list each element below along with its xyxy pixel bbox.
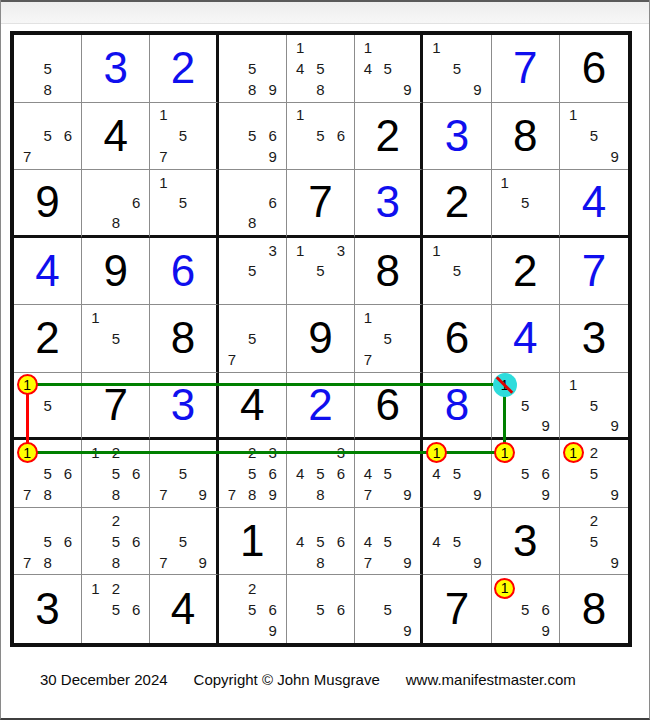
candidate-6: 6	[58, 125, 78, 146]
candidate-2	[378, 510, 398, 531]
sudoku-cell-r3c2[interactable]: 68	[82, 170, 150, 238]
candidate-1: 1	[290, 37, 310, 58]
candidate-8: 8	[37, 552, 57, 573]
sudoku-cell-r6c1[interactable]: 15	[14, 373, 82, 441]
solved-digit: 3	[355, 170, 420, 235]
candidate-7	[85, 484, 105, 505]
candidate-8	[173, 552, 193, 573]
given-digit: 2	[492, 238, 559, 305]
candidate-2	[242, 37, 262, 58]
candidate-5: 5	[584, 125, 605, 146]
given-digit: 4	[82, 103, 149, 170]
sudoku-cell-r1c9[interactable]: 6	[560, 35, 628, 103]
candidate-5: 5	[378, 328, 398, 349]
sudoku-cell-r1c1[interactable]: 58	[14, 35, 82, 103]
candidate-1	[222, 307, 242, 328]
candidate-3	[193, 442, 213, 463]
sudoku-cell-r9c3[interactable]: 4	[150, 575, 218, 643]
candidate-2	[173, 510, 193, 531]
candidate-9: 9	[535, 620, 555, 641]
sudoku-cell-r7c1[interactable]: 15678	[14, 440, 82, 508]
pencil-marks: 15678	[14, 440, 81, 507]
sudoku-cell-r2c9[interactable]: 159	[560, 103, 628, 171]
candidate-4	[222, 58, 242, 79]
pencil-marks: 59	[355, 575, 420, 643]
sudoku-cell-r1c6[interactable]: 1459	[355, 35, 423, 103]
candidate-4: 4	[358, 58, 378, 79]
given-digit: 9	[82, 238, 149, 305]
candidate-1	[290, 442, 310, 463]
candidate-8	[310, 620, 330, 641]
candidate-9	[467, 281, 487, 302]
candidate-3	[126, 172, 146, 192]
candidate-7	[222, 620, 242, 641]
candidate-1	[222, 240, 242, 261]
candidate-4	[85, 599, 105, 620]
sudoku-cell-r5c8[interactable]: 4	[492, 305, 560, 373]
candidate-2	[447, 510, 467, 531]
candidate-7	[426, 552, 446, 573]
candidate-2	[37, 105, 57, 126]
sudoku-cell-r3c8[interactable]: 15	[492, 170, 560, 238]
sudoku-cell-r3c3[interactable]: 15	[150, 170, 218, 238]
candidate-1: 1	[290, 105, 310, 126]
sudoku-cell-r9c9[interactable]: 8	[560, 575, 628, 643]
candidate-4: 4	[358, 531, 378, 552]
sudoku-cell-r6c2[interactable]: 7	[82, 373, 150, 441]
candidate-2	[242, 307, 262, 328]
candidate-6	[193, 192, 213, 212]
given-digit: 7	[82, 373, 149, 438]
candidate-1: 1	[495, 172, 515, 192]
footer-date: 30 December 2024	[40, 671, 168, 688]
candidate-5: 5	[37, 125, 57, 146]
candidate-2	[310, 577, 330, 598]
sudoku-cell-r9c2[interactable]: 1256	[82, 575, 150, 643]
sudoku-cell-r5c6[interactable]: 157	[355, 305, 423, 373]
candidate-6	[604, 531, 625, 552]
candidate-8	[106, 349, 126, 370]
candidate-4: 4	[426, 463, 446, 484]
candidate-5: 5	[515, 192, 535, 212]
sudoku-cell-r7c8[interactable]: 1569	[492, 440, 560, 508]
candidate-2: 2	[242, 577, 262, 598]
sudoku-cell-r7c7[interactable]: 1459	[423, 440, 491, 508]
given-digit: 8	[355, 238, 420, 305]
pencil-marks: 4579	[355, 508, 420, 575]
sudoku-cell-r3c4[interactable]: 68	[219, 170, 287, 238]
candidate-2	[515, 375, 535, 395]
candidate-1	[222, 37, 242, 58]
candidate-3	[126, 442, 146, 463]
sudoku-cell-r8c9[interactable]: 259	[560, 508, 628, 576]
candidate-8	[37, 146, 57, 167]
candidate-8	[173, 146, 193, 167]
sudoku-cell-r5c4[interactable]: 57	[219, 305, 287, 373]
sudoku-cell-r3c7[interactable]: 2	[423, 170, 491, 238]
candidate-6: 6	[58, 463, 78, 484]
candidate-7	[222, 281, 242, 302]
sudoku-cell-r7c6[interactable]: 4579	[355, 440, 423, 508]
sudoku-cell-r4c9[interactable]: 7	[560, 238, 628, 306]
sudoku-cell-r8c4[interactable]: 1	[219, 508, 287, 576]
pencil-marks: 15	[492, 170, 559, 235]
pencil-marks: 1458	[287, 35, 354, 102]
sudoku-cell-r4c7[interactable]: 15	[423, 238, 491, 306]
sudoku-cell-r8c3[interactable]: 579	[150, 508, 218, 576]
candidate-8	[37, 415, 57, 435]
sudoku-cell-r6c6[interactable]: 6	[355, 373, 423, 441]
sudoku-cell-r5c3[interactable]: 8	[150, 305, 218, 373]
candidate-1	[290, 577, 310, 598]
candidate-3	[398, 510, 418, 531]
candidate-4: 4	[290, 463, 310, 484]
pencil-marks: 2568	[82, 508, 149, 575]
solved-digit: 8	[423, 373, 490, 438]
candidate-3	[58, 510, 78, 531]
candidate-9	[331, 552, 351, 573]
candidate-2	[173, 105, 193, 126]
candidate-4	[426, 58, 446, 79]
candidate-6	[193, 125, 213, 146]
candidate-8	[447, 484, 467, 505]
candidate-2	[447, 240, 467, 261]
candidate-3	[262, 172, 282, 192]
candidate-6: 6	[58, 531, 78, 552]
candidate-7	[222, 79, 242, 100]
candidate-3	[467, 240, 487, 261]
solved-digit: 6	[150, 238, 215, 305]
candidate-4	[17, 463, 37, 484]
candidate-6	[467, 58, 487, 79]
candidate-6	[467, 261, 487, 282]
candidate-5: 5	[515, 395, 535, 415]
candidate-7	[17, 79, 37, 100]
sudoku-cell-r2c7[interactable]: 3	[423, 103, 491, 171]
candidate-2	[242, 105, 262, 126]
sudoku-cell-r2c5[interactable]: 156	[287, 103, 355, 171]
sudoku-cell-r2c1[interactable]: 567	[14, 103, 82, 171]
given-digit: 4	[219, 373, 286, 438]
candidate-4	[222, 328, 242, 349]
pencil-marks: 12568	[82, 440, 149, 507]
sudoku-cell-r6c4[interactable]: 4	[219, 373, 287, 441]
sudoku-cell-r6c8[interactable]: 159	[492, 373, 560, 441]
candidate-9	[58, 146, 78, 167]
candidate-2	[242, 240, 262, 261]
sudoku-cell-r3c6[interactable]: 3	[355, 170, 423, 238]
candidate-6	[193, 531, 213, 552]
solved-digit: 3	[82, 35, 149, 102]
candidate-4: 4	[290, 58, 310, 79]
sudoku-cell-r7c9[interactable]: 1259	[560, 440, 628, 508]
candidate-8	[584, 415, 605, 435]
candidate-4	[153, 125, 173, 146]
candidate-5: 5	[310, 599, 330, 620]
sudoku-cell-r1c4[interactable]: 589	[219, 35, 287, 103]
candidate-5: 5	[242, 58, 262, 79]
candidate-6	[604, 125, 625, 146]
sudoku-cell-r4c4[interactable]: 35	[219, 238, 287, 306]
sudoku-cell-r5c2[interactable]: 15	[82, 305, 150, 373]
sudoku-cell-r9c8[interactable]: 1569	[492, 575, 560, 643]
solved-digit: 4	[560, 170, 628, 235]
sudoku-cell-r7c2[interactable]: 12568	[82, 440, 150, 508]
pencil-marks: 2569	[219, 575, 286, 643]
candidate-1: 1	[17, 442, 37, 463]
candidate-9	[126, 349, 146, 370]
candidate-5: 5	[37, 531, 57, 552]
candidate-8	[173, 212, 193, 232]
candidate-8: 8	[106, 484, 126, 505]
sudoku-cell-r2c4[interactable]: 569	[219, 103, 287, 171]
candidate-8	[378, 349, 398, 370]
pencil-marks: 159	[560, 373, 628, 438]
candidate-6	[262, 261, 282, 282]
candidate-4	[85, 328, 105, 349]
candidate-2	[106, 307, 126, 328]
candidate-8: 8	[242, 484, 262, 505]
sudoku-cell-r8c1[interactable]: 5678	[14, 508, 82, 576]
sudoku-cell-r3c1[interactable]: 9	[14, 170, 82, 238]
candidate-4	[85, 192, 105, 212]
candidate-7	[495, 620, 515, 641]
candidate-4	[153, 192, 173, 212]
candidate-5: 5	[310, 58, 330, 79]
candidate-9: 9	[262, 484, 282, 505]
candidate-6: 6	[535, 599, 555, 620]
candidate-6	[331, 58, 351, 79]
sudoku-cell-r9c1[interactable]: 3	[14, 575, 82, 643]
candidate-7: 7	[17, 146, 37, 167]
candidate-3: 3	[331, 442, 351, 463]
candidate-5: 5	[173, 125, 193, 146]
pencil-marks: 579	[150, 508, 215, 575]
sudoku-cell-r2c8[interactable]: 8	[492, 103, 560, 171]
candidate-8: 8	[310, 552, 330, 573]
sudoku-cell-r8c2[interactable]: 2568	[82, 508, 150, 576]
candidate-6	[126, 328, 146, 349]
candidate-2	[515, 577, 535, 598]
sudoku-cell-r8c5[interactable]: 4568	[287, 508, 355, 576]
pencil-marks: 157	[355, 305, 420, 372]
sudoku-cell-r4c8[interactable]: 2	[492, 238, 560, 306]
candidate-1: 1	[495, 375, 515, 395]
candidate-9	[58, 552, 78, 573]
candidate-7	[222, 146, 242, 167]
candidate-5: 5	[106, 531, 126, 552]
candidate-2	[310, 442, 330, 463]
pencil-marks: 1459	[355, 35, 420, 102]
candidate-3	[398, 442, 418, 463]
candidate-8: 8	[37, 79, 57, 100]
candidate-3	[331, 37, 351, 58]
candidate-9	[331, 79, 351, 100]
sudoku-cell-r6c9[interactable]: 159	[560, 373, 628, 441]
candidate-3	[604, 510, 625, 531]
candidate-9: 9	[467, 552, 487, 573]
candidate-7	[426, 281, 446, 302]
pencil-marks: 68	[82, 170, 149, 235]
candidate-6	[604, 463, 625, 484]
candidate-4: 4	[290, 531, 310, 552]
candidate-5	[106, 192, 126, 212]
candidate-3	[331, 105, 351, 126]
pencil-marks: 159	[423, 35, 490, 102]
footer-website: www.manifestmaster.com	[406, 671, 576, 688]
candidate-9: 9	[262, 620, 282, 641]
sudoku-cell-r6c3[interactable]: 3	[150, 373, 218, 441]
sudoku-cell-r7c4[interactable]: 2356789	[219, 440, 287, 508]
candidate-8: 8	[310, 79, 330, 100]
sudoku-cell-r5c1[interactable]: 2	[14, 305, 82, 373]
candidate-4	[85, 463, 105, 484]
candidate-5: 5	[37, 58, 57, 79]
sudoku-cell-r8c8[interactable]: 3	[492, 508, 560, 576]
candidate-8: 8	[106, 552, 126, 573]
candidate-1	[358, 577, 378, 598]
sudoku-cell-r2c2[interactable]: 4	[82, 103, 150, 171]
sudoku-cell-r8c7[interactable]: 459	[423, 508, 491, 576]
candidate-8	[584, 484, 605, 505]
candidate-3	[467, 510, 487, 531]
sudoku-cell-r9c4[interactable]: 2569	[219, 575, 287, 643]
candidate-1: 1	[426, 37, 446, 58]
candidate-7: 7	[358, 484, 378, 505]
candidate-5: 5	[515, 599, 535, 620]
candidate-1	[358, 442, 378, 463]
sudoku-cell-r3c9[interactable]: 4	[560, 170, 628, 238]
candidate-5: 5	[242, 463, 262, 484]
sudoku-cell-r1c7[interactable]: 159	[423, 35, 491, 103]
sudoku-cell-r2c3[interactable]: 157	[150, 103, 218, 171]
solved-digit: 4	[492, 305, 559, 372]
candidate-9: 9	[262, 146, 282, 167]
given-digit: 8	[560, 575, 628, 643]
sudoku-cell-r4c6[interactable]: 8	[355, 238, 423, 306]
candidate-2	[106, 172, 126, 192]
candidate-2	[584, 375, 605, 395]
candidate-6	[398, 531, 418, 552]
sudoku-cell-r4c1[interactable]: 4	[14, 238, 82, 306]
pencil-marks: 4579	[355, 440, 420, 507]
candidate-3	[604, 105, 625, 126]
candidate-9	[126, 484, 146, 505]
candidate-8	[447, 79, 467, 100]
candidate-1	[358, 510, 378, 531]
sudoku-cell-r1c5[interactable]: 1458	[287, 35, 355, 103]
pencil-marks: 5678	[14, 508, 81, 575]
candidate-9	[398, 349, 418, 370]
sudoku-cell-r6c7[interactable]: 8	[423, 373, 491, 441]
sudoku-cell-r5c5[interactable]: 9	[287, 305, 355, 373]
candidate-1: 1	[426, 442, 446, 463]
sudoku-cell-r9c6[interactable]: 59	[355, 575, 423, 643]
sudoku-cell-r8c6[interactable]: 4579	[355, 508, 423, 576]
candidate-6	[398, 463, 418, 484]
candidate-9	[535, 212, 555, 232]
candidate-6: 6	[262, 599, 282, 620]
given-digit: 6	[355, 373, 420, 438]
pencil-marks: 15	[423, 238, 490, 305]
sudoku-cell-r9c5[interactable]: 56	[287, 575, 355, 643]
candidate-1	[426, 510, 446, 531]
candidate-4	[426, 261, 446, 282]
candidate-9	[262, 349, 282, 370]
candidate-8: 8	[242, 79, 262, 100]
candidate-3	[535, 577, 555, 598]
candidate-7	[290, 146, 310, 167]
candidate-9: 9	[535, 415, 555, 435]
candidate-6	[331, 261, 351, 282]
candidate-9	[262, 212, 282, 232]
sudoku-cell-r4c5[interactable]: 135	[287, 238, 355, 306]
sudoku-cell-r5c7[interactable]: 6	[423, 305, 491, 373]
candidate-2	[378, 37, 398, 58]
sudoku-cell-r4c3[interactable]: 6	[150, 238, 218, 306]
pencil-marks: 1569	[492, 440, 559, 507]
pencil-marks: 2356789	[219, 440, 286, 507]
sudoku-cell-r7c3[interactable]: 579	[150, 440, 218, 508]
candidate-7	[290, 484, 310, 505]
candidate-3	[193, 510, 213, 531]
sudoku-cell-r6c5[interactable]: 2	[287, 373, 355, 441]
candidate-7	[426, 484, 446, 505]
candidate-8	[173, 484, 193, 505]
candidate-4	[222, 125, 242, 146]
candidate-9: 9	[604, 146, 625, 167]
sudoku-board[interactable]: 5832589145814591597656741575691562381599…	[10, 31, 632, 647]
given-digit: 7	[423, 575, 490, 643]
given-digit: 6	[560, 35, 628, 102]
candidate-6	[398, 328, 418, 349]
candidate-6: 6	[331, 463, 351, 484]
candidate-7	[85, 212, 105, 232]
candidate-8	[515, 620, 535, 641]
candidate-2: 2	[106, 442, 126, 463]
candidate-5: 5	[447, 531, 467, 552]
candidate-6: 6	[262, 125, 282, 146]
candidate-4	[495, 463, 515, 484]
candidate-6: 6	[126, 531, 146, 552]
candidate-5: 5	[310, 261, 330, 282]
sudoku-cell-r3c5[interactable]: 7	[287, 170, 355, 238]
solved-digit: 7	[560, 238, 628, 305]
candidate-6	[467, 531, 487, 552]
candidate-2: 2	[584, 510, 605, 531]
candidate-3	[193, 172, 213, 192]
pencil-marks: 589	[219, 35, 286, 102]
sudoku-cell-r4c2[interactable]: 9	[82, 238, 150, 306]
sudoku-cell-r9c7[interactable]: 7	[423, 575, 491, 643]
candidate-5: 5	[242, 599, 262, 620]
candidate-2	[310, 105, 330, 126]
pencil-marks: 57	[219, 305, 286, 372]
sudoku-cell-r7c5[interactable]: 34568	[287, 440, 355, 508]
sudoku-cell-r2c6[interactable]: 2	[355, 103, 423, 171]
candidate-7	[290, 620, 310, 641]
candidate-8	[310, 281, 330, 302]
pencil-marks: 34568	[287, 440, 354, 507]
sudoku-cell-r5c9[interactable]: 3	[560, 305, 628, 373]
candidate-1: 1	[85, 442, 105, 463]
sudoku-cell-r1c8[interactable]: 7	[492, 35, 560, 103]
sudoku-cell-r1c2[interactable]: 3	[82, 35, 150, 103]
sudoku-cell-r1c3[interactable]: 2	[150, 35, 218, 103]
pencil-marks: 579	[150, 440, 215, 507]
candidate-5: 5	[584, 395, 605, 415]
solved-digit: 2	[287, 373, 354, 438]
